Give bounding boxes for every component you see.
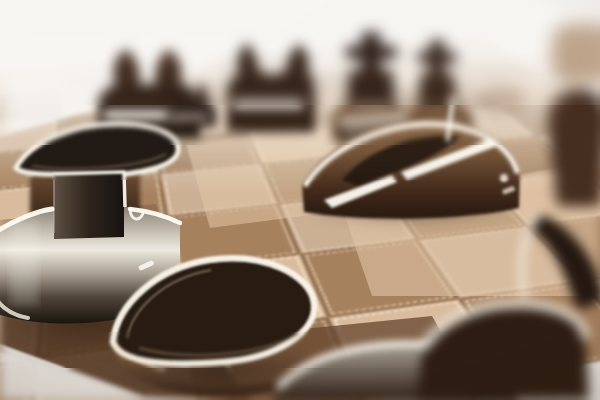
piece-light-pawn-g1[interactable] (415, 296, 600, 400)
piece-dark-rook-h8[interactable] (544, 84, 600, 206)
board-cell-b1 (0, 359, 37, 400)
piece-dark-bishop-e6[interactable] (296, 88, 528, 222)
blurred-leather-slab (552, 24, 600, 84)
photo-chess-scene (0, 0, 600, 400)
